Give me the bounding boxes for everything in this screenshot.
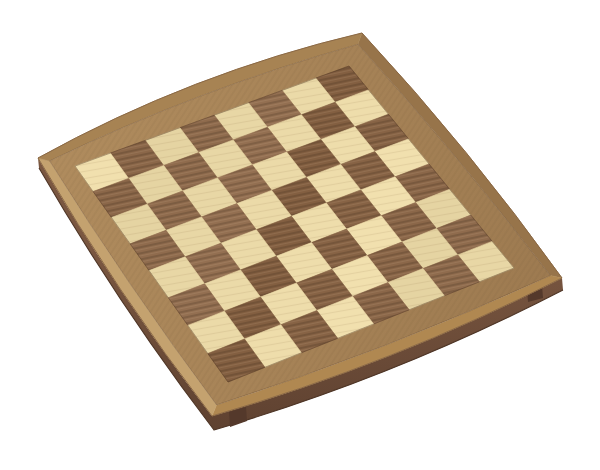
photo-canvas (0, 0, 600, 470)
chessboard (0, 0, 600, 470)
